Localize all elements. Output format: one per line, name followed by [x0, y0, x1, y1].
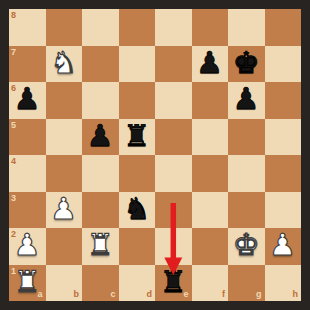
- piece-white-pawn-b3[interactable]: ♟: [50, 191, 77, 228]
- piece-white-rook-c2[interactable]: ♜: [87, 227, 114, 264]
- square-a4[interactable]: 4: [9, 155, 46, 192]
- file-label-c: c: [110, 290, 115, 299]
- file-label-f: f: [222, 290, 225, 299]
- square-c5[interactable]: ♟: [82, 119, 119, 156]
- rank-label-5: 5: [11, 121, 16, 130]
- square-h4[interactable]: [265, 155, 302, 192]
- square-b1[interactable]: b: [46, 265, 83, 302]
- square-c8[interactable]: [82, 9, 119, 46]
- square-h6[interactable]: [265, 82, 302, 119]
- piece-black-pawn-a6[interactable]: ♟: [14, 81, 41, 118]
- piece-black-rook-d5[interactable]: ♜: [123, 118, 150, 155]
- square-c7[interactable]: [82, 46, 119, 83]
- piece-white-rook-a1[interactable]: ♜: [14, 264, 41, 301]
- file-label-b: b: [74, 290, 80, 299]
- square-b3[interactable]: ♟: [46, 192, 83, 229]
- file-label-h: h: [293, 290, 299, 299]
- square-a2[interactable]: 2♟: [9, 228, 46, 265]
- square-c1[interactable]: c: [82, 265, 119, 302]
- square-a3[interactable]: 3: [9, 192, 46, 229]
- square-h3[interactable]: [265, 192, 302, 229]
- file-label-g: g: [256, 290, 262, 299]
- piece-black-pawn-f7[interactable]: ♟: [196, 45, 223, 82]
- square-b5[interactable]: [46, 119, 83, 156]
- rank-label-3: 3: [11, 194, 16, 203]
- square-f3[interactable]: [192, 192, 229, 229]
- square-f6[interactable]: [192, 82, 229, 119]
- piece-black-pawn-g6[interactable]: ♟: [233, 81, 260, 118]
- rank-label-4: 4: [11, 157, 16, 166]
- square-d4[interactable]: [119, 155, 156, 192]
- square-g6[interactable]: ♟: [228, 82, 265, 119]
- square-c6[interactable]: [82, 82, 119, 119]
- square-b6[interactable]: [46, 82, 83, 119]
- square-d7[interactable]: [119, 46, 156, 83]
- piece-black-pawn-c5[interactable]: ♟: [87, 118, 114, 155]
- square-h8[interactable]: [265, 9, 302, 46]
- rank-label-8: 8: [11, 11, 16, 20]
- square-d5[interactable]: ♜: [119, 119, 156, 156]
- square-f7[interactable]: ♟: [192, 46, 229, 83]
- piece-white-pawn-h2[interactable]: ♟: [269, 227, 296, 264]
- square-c4[interactable]: [82, 155, 119, 192]
- square-b8[interactable]: [46, 9, 83, 46]
- chess-board: 87♞♟♚6♟♟5♟♜43♟♞2♟♜♚♟1a♜bcde♜fgh: [9, 9, 301, 301]
- square-e6[interactable]: [155, 82, 192, 119]
- square-h7[interactable]: [265, 46, 302, 83]
- square-g4[interactable]: [228, 155, 265, 192]
- square-e8[interactable]: [155, 9, 192, 46]
- square-e4[interactable]: [155, 155, 192, 192]
- square-e7[interactable]: [155, 46, 192, 83]
- square-e1[interactable]: e♜: [155, 265, 192, 302]
- square-f1[interactable]: f: [192, 265, 229, 302]
- square-a5[interactable]: 5: [9, 119, 46, 156]
- square-g7[interactable]: ♚: [228, 46, 265, 83]
- square-a8[interactable]: 8: [9, 9, 46, 46]
- square-g8[interactable]: [228, 9, 265, 46]
- square-g3[interactable]: [228, 192, 265, 229]
- square-h2[interactable]: ♟: [265, 228, 302, 265]
- square-a6[interactable]: 6♟: [9, 82, 46, 119]
- square-h5[interactable]: [265, 119, 302, 156]
- square-d1[interactable]: d: [119, 265, 156, 302]
- square-f4[interactable]: [192, 155, 229, 192]
- square-g5[interactable]: [228, 119, 265, 156]
- square-e3[interactable]: [155, 192, 192, 229]
- square-d3[interactable]: ♞: [119, 192, 156, 229]
- board-frame: 87♞♟♚6♟♟5♟♜43♟♞2♟♜♚♟1a♜bcde♜fgh: [0, 0, 310, 310]
- square-g2[interactable]: ♚: [228, 228, 265, 265]
- square-b4[interactable]: [46, 155, 83, 192]
- square-c2[interactable]: ♜: [82, 228, 119, 265]
- piece-black-king-g7[interactable]: ♚: [233, 45, 260, 82]
- rank-label-7: 7: [11, 48, 16, 57]
- square-f2[interactable]: [192, 228, 229, 265]
- square-a1[interactable]: 1a♜: [9, 265, 46, 302]
- piece-white-king-g2[interactable]: ♚: [233, 227, 260, 264]
- square-a7[interactable]: 7: [9, 46, 46, 83]
- square-b2[interactable]: [46, 228, 83, 265]
- piece-white-knight-b7[interactable]: ♞: [50, 45, 77, 82]
- piece-black-rook-e1[interactable]: ♜: [160, 264, 187, 301]
- square-g1[interactable]: g: [228, 265, 265, 302]
- square-d6[interactable]: [119, 82, 156, 119]
- file-label-d: d: [147, 290, 153, 299]
- square-h1[interactable]: h: [265, 265, 302, 302]
- piece-black-knight-d3[interactable]: ♞: [123, 191, 150, 228]
- square-d2[interactable]: [119, 228, 156, 265]
- square-c3[interactable]: [82, 192, 119, 229]
- square-b7[interactable]: ♞: [46, 46, 83, 83]
- square-d8[interactable]: [119, 9, 156, 46]
- square-e5[interactable]: [155, 119, 192, 156]
- square-f8[interactable]: [192, 9, 229, 46]
- square-e2[interactable]: [155, 228, 192, 265]
- piece-white-pawn-a2[interactable]: ♟: [14, 227, 41, 264]
- square-f5[interactable]: [192, 119, 229, 156]
